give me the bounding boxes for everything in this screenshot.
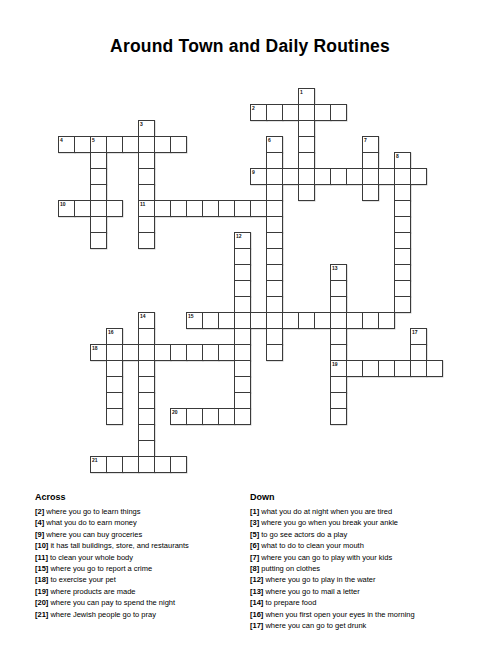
grid-cell-19-6[interactable] xyxy=(362,184,379,201)
grid-cell-6-7[interactable] xyxy=(154,200,171,217)
grid-cell-3-23[interactable] xyxy=(106,456,123,473)
grid-cell-13-6[interactable] xyxy=(266,184,283,201)
grid-cell-16-1[interactable] xyxy=(314,104,331,121)
grid-cell-5-18[interactable] xyxy=(138,376,155,393)
crossword-board: 123456789101112131415161718192021 xyxy=(0,0,500,500)
grid-cell-6-3[interactable] xyxy=(154,136,171,153)
clue-number: [1] xyxy=(250,507,259,516)
grid-cell-5-17[interactable] xyxy=(138,360,155,377)
grid-cell-5-21[interactable] xyxy=(138,424,155,441)
grid-cell-21-8[interactable] xyxy=(394,216,411,233)
grid-cell-14-14[interactable] xyxy=(282,312,299,329)
grid-cell-17-12[interactable] xyxy=(330,280,347,297)
across-clue-9: [9] where you can buy groceries xyxy=(35,529,250,540)
grid-cell-9-20[interactable] xyxy=(202,408,219,425)
across-clues-column: Across [2] where you go to learn things[… xyxy=(35,492,250,620)
grid-cell-5-19[interactable] xyxy=(138,392,155,409)
grid-cell-7-7[interactable] xyxy=(170,200,187,217)
cell-number-label: 5 xyxy=(92,137,95,143)
grid-cell-2-9[interactable] xyxy=(90,232,107,249)
cell-number-label: 17 xyxy=(412,329,418,335)
grid-cell-17-16[interactable] xyxy=(330,344,347,361)
grid-cell-19-14[interactable] xyxy=(362,312,379,329)
grid-cell-18-14[interactable] xyxy=(346,312,363,329)
clue-number: [11] xyxy=(35,553,48,562)
cell-number-label: 6 xyxy=(268,137,271,143)
grid-cell-17-18[interactable] xyxy=(330,376,347,393)
grid-cell-6-23[interactable] xyxy=(154,456,171,473)
down-clue-1: [1] what you do at night when you are ti… xyxy=(250,506,465,517)
across-clue-2: [2] where you go to learn things xyxy=(35,506,250,517)
grid-cell-11-13[interactable] xyxy=(234,296,251,313)
grid-cell-1-3[interactable] xyxy=(74,136,91,153)
grid-cell-17-1[interactable] xyxy=(330,104,347,121)
grid-cell-14-5[interactable] xyxy=(282,168,299,185)
grid-cell-5-7[interactable]: 11 xyxy=(138,200,155,217)
grid-cell-3-16[interactable] xyxy=(106,344,123,361)
grid-cell-11-15[interactable] xyxy=(234,328,251,345)
across-clue-4: [4] what you do to earn money xyxy=(35,517,250,528)
grid-cell-21-10[interactable] xyxy=(394,248,411,265)
grid-cell-17-19[interactable] xyxy=(330,392,347,409)
clue-number: [7] xyxy=(250,553,259,562)
grid-cell-15-6[interactable] xyxy=(298,184,315,201)
grid-cell-17-14[interactable] xyxy=(330,312,347,329)
grid-cell-9-16[interactable] xyxy=(202,344,219,361)
down-clue-list: [1] what you do at night when you are ti… xyxy=(250,506,465,631)
cell-number-label: 19 xyxy=(332,361,338,367)
across-clue-list: [2] where you go to learn things[4] what… xyxy=(35,506,250,620)
grid-cell-15-4[interactable] xyxy=(298,152,315,169)
grid-cell-2-8[interactable] xyxy=(90,216,107,233)
down-clues-column: Down [1] what you do at night when you a… xyxy=(250,492,465,631)
grid-cell-21-12[interactable] xyxy=(394,280,411,297)
grid-cell-6-16[interactable] xyxy=(154,344,171,361)
clue-number: [20] xyxy=(35,598,48,607)
grid-cell-15-2[interactable] xyxy=(298,120,315,137)
across-clue-20: [20] where you can pay to spend the nigh… xyxy=(35,597,250,608)
grid-cell-13-9[interactable] xyxy=(266,232,283,249)
grid-cell-8-14[interactable]: 15 xyxy=(186,312,203,329)
grid-cell-3-15[interactable]: 16 xyxy=(106,328,123,345)
grid-cell-0-7[interactable]: 10 xyxy=(58,200,75,217)
grid-cell-4-3[interactable] xyxy=(122,136,139,153)
cell-number-label: 18 xyxy=(92,345,98,351)
grid-cell-19-4[interactable] xyxy=(362,152,379,169)
across-header: Across xyxy=(35,492,250,502)
grid-cell-2-6[interactable] xyxy=(90,184,107,201)
grid-cell-11-12[interactable] xyxy=(234,280,251,297)
grid-cell-4-23[interactable] xyxy=(122,456,139,473)
grid-cell-13-14[interactable] xyxy=(266,312,283,329)
grid-cell-10-7[interactable] xyxy=(218,200,235,217)
down-clue-12: [12] where you go to play in the water xyxy=(250,574,465,585)
grid-cell-12-1[interactable]: 2 xyxy=(250,104,267,121)
grid-cell-13-1[interactable] xyxy=(266,104,283,121)
grid-cell-5-23[interactable] xyxy=(138,456,155,473)
down-clue-8: [8] putting on clothes xyxy=(250,563,465,574)
clue-number: [14] xyxy=(250,598,263,607)
grid-cell-17-17[interactable]: 19 xyxy=(330,360,347,377)
grid-cell-2-7[interactable] xyxy=(90,200,107,217)
grid-cell-15-5[interactable] xyxy=(298,168,315,185)
grid-cell-3-3[interactable] xyxy=(106,136,123,153)
grid-cell-21-13[interactable] xyxy=(394,296,411,313)
grid-cell-17-5[interactable] xyxy=(330,168,347,185)
grid-cell-15-3[interactable] xyxy=(298,136,315,153)
cell-number-label: 2 xyxy=(252,105,255,111)
clue-number: [9] xyxy=(35,530,44,539)
grid-cell-5-3[interactable] xyxy=(138,136,155,153)
grid-cell-22-15[interactable]: 17 xyxy=(410,328,427,345)
down-clue-14: [14] to prepare food xyxy=(250,597,465,608)
grid-cell-17-20[interactable] xyxy=(330,408,347,425)
grid-cell-15-14[interactable] xyxy=(298,312,315,329)
grid-cell-11-14[interactable] xyxy=(234,312,251,329)
cell-number-label: 3 xyxy=(140,121,143,127)
grid-cell-13-5[interactable] xyxy=(266,168,283,185)
grid-cell-3-18[interactable] xyxy=(106,376,123,393)
grid-cell-9-14[interactable] xyxy=(202,312,219,329)
grid-cell-19-17[interactable] xyxy=(362,360,379,377)
grid-cell-5-2[interactable]: 3 xyxy=(138,120,155,137)
grid-cell-14-1[interactable] xyxy=(282,104,299,121)
cell-number-label: 10 xyxy=(60,201,66,207)
grid-cell-7-23[interactable] xyxy=(170,456,187,473)
grid-cell-21-11[interactable] xyxy=(394,264,411,281)
grid-cell-3-17[interactable] xyxy=(106,360,123,377)
clue-number: [21] xyxy=(35,610,48,619)
grid-cell-11-20[interactable] xyxy=(234,408,251,425)
grid-cell-5-16[interactable] xyxy=(138,344,155,361)
grid-cell-5-6[interactable] xyxy=(138,184,155,201)
clue-number: [5] xyxy=(250,530,259,539)
grid-cell-17-13[interactable] xyxy=(330,296,347,313)
cell-number-label: 21 xyxy=(92,457,98,463)
clue-number: [3] xyxy=(250,518,259,527)
down-clue-6: [6] what to do to clean your mouth xyxy=(250,540,465,551)
clue-number: [6] xyxy=(250,541,259,550)
grid-cell-17-11[interactable]: 13 xyxy=(330,264,347,281)
clue-number: [8] xyxy=(250,564,259,573)
across-clue-15: [15] where you go to report a crime xyxy=(35,563,250,574)
grid-cell-21-6[interactable] xyxy=(394,184,411,201)
grid-cell-8-20[interactable] xyxy=(186,408,203,425)
grid-cell-5-4[interactable] xyxy=(138,152,155,169)
grid-cell-11-16[interactable] xyxy=(234,344,251,361)
grid-cell-7-20[interactable]: 20 xyxy=(170,408,187,425)
across-clue-10: [10] it has tall buildings, store, and r… xyxy=(35,540,250,551)
grid-cell-21-17[interactable] xyxy=(394,360,411,377)
grid-cell-11-9[interactable]: 12 xyxy=(234,232,251,249)
grid-cell-23-17[interactable] xyxy=(426,360,443,377)
cell-number-label: 4 xyxy=(60,137,63,143)
clue-number: [10] xyxy=(35,541,48,550)
grid-cell-2-4[interactable] xyxy=(90,152,107,169)
down-clue-13: [13] where you go to mail a letter xyxy=(250,586,465,597)
grid-cell-5-22[interactable] xyxy=(138,440,155,457)
grid-cell-12-7[interactable] xyxy=(250,200,267,217)
grid-cell-2-5[interactable] xyxy=(90,168,107,185)
grid-cell-13-15[interactable] xyxy=(266,328,283,345)
grid-cell-0-3[interactable]: 4 xyxy=(58,136,75,153)
grid-cell-19-5[interactable] xyxy=(362,168,379,185)
cell-number-label: 11 xyxy=(140,201,145,207)
grid-cell-11-19[interactable] xyxy=(234,392,251,409)
across-clue-18: [18] to exercise your pet xyxy=(35,574,250,585)
across-clue-19: [19] where products are made xyxy=(35,586,250,597)
grid-cell-18-5[interactable] xyxy=(346,168,363,185)
grid-cell-5-15[interactable] xyxy=(138,328,155,345)
down-clue-16: [16] when you first open your eyes in th… xyxy=(250,609,465,620)
grid-cell-16-5[interactable] xyxy=(314,168,331,185)
grid-cell-13-4[interactable] xyxy=(266,152,283,169)
grid-cell-11-11[interactable] xyxy=(234,264,251,281)
grid-cell-13-8[interactable] xyxy=(266,216,283,233)
grid-cell-10-14[interactable] xyxy=(218,312,235,329)
grid-cell-13-16[interactable] xyxy=(266,344,283,361)
grid-cell-11-7[interactable] xyxy=(234,200,251,217)
grid-cell-22-16[interactable] xyxy=(410,344,427,361)
grid-cell-7-3[interactable] xyxy=(170,136,187,153)
crossword-page: Around Town and Daily Routines 123456789… xyxy=(0,0,500,647)
grid-cell-7-16[interactable] xyxy=(170,344,187,361)
clue-number: [4] xyxy=(35,518,44,527)
cell-number-label: 12 xyxy=(236,233,242,239)
grid-cell-22-5[interactable] xyxy=(410,168,427,185)
cell-number-label: 13 xyxy=(332,265,338,271)
grid-cell-19-3[interactable]: 7 xyxy=(362,136,379,153)
grid-cell-21-9[interactable] xyxy=(394,232,411,249)
clue-number: [18] xyxy=(35,575,48,584)
grid-cell-18-17[interactable] xyxy=(346,360,363,377)
grid-cell-11-10[interactable] xyxy=(234,248,251,265)
down-clue-17: [17] where you can go to get drunk xyxy=(250,620,465,631)
clue-number: [19] xyxy=(35,587,48,596)
clue-number: [12] xyxy=(250,575,263,584)
grid-cell-5-9[interactable] xyxy=(138,232,155,249)
grid-cell-11-18[interactable] xyxy=(234,376,251,393)
grid-cell-13-3[interactable]: 6 xyxy=(266,136,283,153)
grid-cell-8-7[interactable] xyxy=(186,200,203,217)
grid-cell-2-16[interactable]: 18 xyxy=(90,344,107,361)
cell-number-label: 7 xyxy=(364,137,367,143)
clue-number: [17] xyxy=(250,621,263,630)
grid-cell-15-1[interactable] xyxy=(298,104,315,121)
clue-number: [13] xyxy=(250,587,263,596)
grid-cell-3-19[interactable] xyxy=(106,392,123,409)
grid-cell-12-5[interactable]: 9 xyxy=(250,168,267,185)
grid-cell-5-14[interactable]: 14 xyxy=(138,312,155,329)
grid-cell-22-17[interactable] xyxy=(410,360,427,377)
grid-cell-20-17[interactable] xyxy=(378,360,395,377)
grid-cell-21-4[interactable]: 8 xyxy=(394,152,411,169)
down-clue-7: [7] where you can go to play with your k… xyxy=(250,552,465,563)
cell-number-label: 16 xyxy=(108,329,114,335)
cell-number-label: 14 xyxy=(140,313,146,319)
grid-cell-13-12[interactable] xyxy=(266,280,283,297)
grid-cell-16-14[interactable] xyxy=(314,312,331,329)
cell-number-label: 1 xyxy=(300,89,303,95)
grid-cell-3-7[interactable] xyxy=(106,200,123,217)
grid-cell-5-8[interactable] xyxy=(138,216,155,233)
across-clue-21: [21] where Jewish people go to pray xyxy=(35,609,250,620)
cell-number-label: 20 xyxy=(172,409,178,415)
grid-cell-11-17[interactable] xyxy=(234,360,251,377)
grid-cell-2-3[interactable]: 5 xyxy=(90,136,107,153)
grid-cell-20-14[interactable] xyxy=(378,312,395,329)
across-clue-11: [11] to clean your whole body xyxy=(35,552,250,563)
grid-cell-13-10[interactable] xyxy=(266,248,283,265)
grid-cell-4-16[interactable] xyxy=(122,344,139,361)
cell-number-label: 8 xyxy=(396,153,399,159)
grid-cell-10-16[interactable] xyxy=(218,344,235,361)
grid-cell-13-13[interactable] xyxy=(266,296,283,313)
grid-cell-13-11[interactable] xyxy=(266,264,283,281)
grid-cell-8-16[interactable] xyxy=(186,344,203,361)
grid-cell-1-7[interactable] xyxy=(74,200,91,217)
clue-number: [2] xyxy=(35,507,44,516)
grid-cell-20-5[interactable] xyxy=(378,168,395,185)
down-clue-5: [5] to go see actors do a play xyxy=(250,529,465,540)
grid-cell-2-23[interactable]: 21 xyxy=(90,456,107,473)
grid-cell-10-20[interactable] xyxy=(218,408,235,425)
grid-cell-21-5[interactable] xyxy=(394,168,411,185)
grid-cell-17-15[interactable] xyxy=(330,328,347,345)
down-header: Down xyxy=(250,492,465,502)
cell-number-label: 15 xyxy=(188,313,194,319)
grid-cell-5-20[interactable] xyxy=(138,408,155,425)
grid-cell-3-20[interactable] xyxy=(106,408,123,425)
clue-number: [16] xyxy=(250,610,263,619)
cell-number-label: 9 xyxy=(252,169,255,175)
grid-cell-21-7[interactable] xyxy=(394,200,411,217)
grid-cell-13-7[interactable] xyxy=(266,200,283,217)
grid-cell-5-5[interactable] xyxy=(138,168,155,185)
grid-cell-9-7[interactable] xyxy=(202,200,219,217)
down-clue-3: [3] where you go when you break your ank… xyxy=(250,517,465,528)
clue-number: [15] xyxy=(35,564,48,573)
grid-cell-15-0[interactable]: 1 xyxy=(298,88,315,105)
grid-cell-12-14[interactable] xyxy=(250,312,267,329)
